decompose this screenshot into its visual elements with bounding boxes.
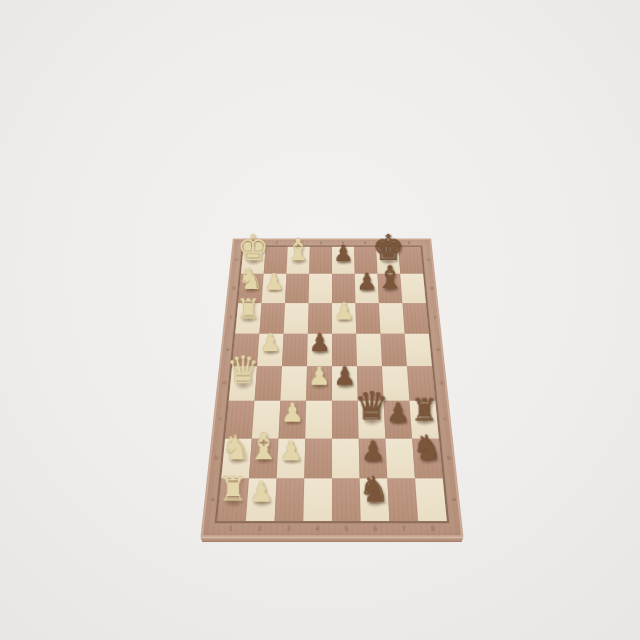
square-a2[interactable]: ♟ (246, 478, 277, 521)
white-rook-f1[interactable]: ♜ (223, 297, 274, 323)
chess-board: ♚♝♟♚♞♟♟♝♜♟♟♟♛♟♟♟♛♟♜♞♝♟♟♞♜♟♞ 123456781234… (201, 239, 464, 538)
square-f7[interactable] (379, 303, 405, 334)
black-pawn-b6[interactable]: ♟ (344, 438, 402, 463)
white-pawn-c3[interactable]: ♟ (264, 400, 320, 424)
white-pawn-f5[interactable]: ♟ (319, 300, 370, 322)
square-g6[interactable]: ♟ (355, 274, 379, 303)
coordinate-label-6: 6 (369, 525, 381, 532)
coordinate-label-e: e (434, 347, 442, 352)
white-king-h1[interactable]: ♚ (229, 231, 277, 264)
coordinate-label-c: c (216, 416, 225, 421)
black-queen-c6[interactable]: ♛ (344, 389, 400, 425)
white-bishop-b2[interactable]: ♝ (235, 429, 293, 463)
black-pawn-e4[interactable]: ♟ (293, 331, 345, 354)
coordinate-label-2: 2 (254, 525, 266, 532)
black-pawn-h5[interactable]: ♟ (319, 243, 367, 264)
black-pawn-g6[interactable]: ♟ (342, 271, 391, 292)
square-c6[interactable]: ♛ (358, 401, 386, 438)
coordinate-label-5: 5 (341, 525, 353, 532)
scene-background: ♚♝♟♚♞♟♟♝♜♟♟♟♛♟♟♟♛♟♜♞♝♟♟♞♜♟♞ 123456781234… (0, 0, 640, 640)
square-d1[interactable]: ♛ (229, 366, 257, 401)
square-a6[interactable]: ♞ (360, 478, 390, 521)
square-f8[interactable] (402, 303, 428, 334)
square-h5[interactable]: ♟ (332, 247, 355, 274)
square-h3[interactable]: ♝ (286, 247, 309, 274)
square-e6[interactable] (356, 334, 382, 367)
square-f1[interactable]: ♜ (235, 303, 261, 334)
black-knight-a6[interactable]: ♞ (344, 473, 404, 505)
square-a8[interactable] (415, 478, 447, 521)
white-pawn-a2[interactable]: ♟ (231, 479, 291, 505)
square-b2[interactable]: ♝ (249, 438, 279, 478)
white-queen-d1[interactable]: ♛ (216, 353, 270, 388)
black-knight-b8[interactable]: ♞ (399, 432, 457, 463)
coordinate-label-h: h (425, 258, 433, 262)
white-bishop-h3[interactable]: ♝ (274, 236, 322, 264)
coordinate-label-7: 7 (398, 525, 410, 532)
coordinate-label-a: a (449, 495, 459, 501)
square-f3[interactable] (284, 303, 309, 334)
coordinate-label-8: 8 (427, 525, 439, 532)
coordinate-label-f: f (431, 315, 439, 319)
coordinate-label-g: g (428, 286, 436, 290)
square-b8[interactable]: ♞ (412, 438, 443, 478)
coordinate-label-1: 1 (225, 525, 237, 532)
coordinate-label-4: 4 (312, 525, 324, 532)
coordinate-label-d: d (437, 380, 446, 385)
white-pawn-g2[interactable]: ♟ (249, 271, 298, 292)
square-a4[interactable] (303, 478, 332, 521)
coordinate-label-3: 3 (283, 525, 295, 532)
square-e7[interactable] (380, 334, 407, 367)
board-grid: ♚♝♟♚♞♟♟♝♜♟♟♟♛♟♟♟♛♟♜♞♝♟♟♞♜♟♞ (217, 247, 447, 521)
board-side-face (201, 537, 464, 542)
square-f5[interactable]: ♟ (332, 303, 356, 334)
square-e8[interactable] (405, 334, 432, 367)
square-g4[interactable] (309, 274, 332, 303)
